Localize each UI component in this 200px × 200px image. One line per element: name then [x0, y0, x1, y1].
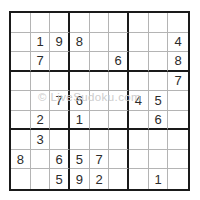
- cell-r2c2[interactable]: 1: [31, 33, 51, 53]
- cell-r8c2[interactable]: [31, 150, 51, 170]
- cell-r8c1[interactable]: 8: [11, 150, 31, 170]
- cell-r4c3[interactable]: [50, 72, 70, 92]
- cell-r7c6[interactable]: [109, 130, 129, 150]
- cell-r7c9[interactable]: [168, 130, 188, 150]
- cell-r2c5[interactable]: [90, 33, 110, 53]
- cell-r8c4[interactable]: 5: [70, 150, 90, 170]
- cell-r9c5[interactable]: 2: [90, 169, 110, 189]
- sudoku-puzzle-image: 198476877645216386575921 © LiveSudoku.co…: [0, 0, 200, 200]
- cell-r3c1[interactable]: [11, 52, 31, 72]
- cell-r7c1[interactable]: [11, 130, 31, 150]
- cell-r9c6[interactable]: [109, 169, 129, 189]
- cell-r1c7[interactable]: [129, 13, 149, 33]
- cell-r1c3[interactable]: [50, 13, 70, 33]
- cell-r5c2[interactable]: [31, 91, 51, 111]
- cell-r4c6[interactable]: [109, 72, 129, 92]
- cell-r1c8[interactable]: [149, 13, 169, 33]
- cell-r3c6[interactable]: 6: [109, 52, 129, 72]
- cell-r2c4[interactable]: 8: [70, 33, 90, 53]
- cell-r9c7[interactable]: [129, 169, 149, 189]
- cell-r2c1[interactable]: [11, 33, 31, 53]
- cell-r8c7[interactable]: [129, 150, 149, 170]
- cell-r2c9[interactable]: 4: [168, 33, 188, 53]
- cell-r6c4[interactable]: 1: [70, 111, 90, 131]
- cell-r1c9[interactable]: [168, 13, 188, 33]
- cell-r8c8[interactable]: [149, 150, 169, 170]
- cell-r3c4[interactable]: [70, 52, 90, 72]
- cell-r3c2[interactable]: 7: [31, 52, 51, 72]
- cell-r7c7[interactable]: [129, 130, 149, 150]
- cell-r4c2[interactable]: [31, 72, 51, 92]
- cell-r1c6[interactable]: [109, 13, 129, 33]
- cell-r7c2[interactable]: 3: [31, 130, 51, 150]
- cell-r5c3[interactable]: 7: [50, 91, 70, 111]
- cell-r2c7[interactable]: [129, 33, 149, 53]
- sudoku-board: 198476877645216386575921: [9, 11, 190, 191]
- cell-r4c9[interactable]: 7: [168, 72, 188, 92]
- cell-r5c6[interactable]: [109, 91, 129, 111]
- cell-r3c8[interactable]: [149, 52, 169, 72]
- cell-r5c5[interactable]: [90, 91, 110, 111]
- cell-r6c5[interactable]: [90, 111, 110, 131]
- cell-r6c2[interactable]: 2: [31, 111, 51, 131]
- cell-r4c1[interactable]: [11, 72, 31, 92]
- cell-r5c8[interactable]: 5: [149, 91, 169, 111]
- cell-r3c7[interactable]: [129, 52, 149, 72]
- cell-r2c8[interactable]: [149, 33, 169, 53]
- cell-r6c3[interactable]: [50, 111, 70, 131]
- cell-r7c4[interactable]: [70, 130, 90, 150]
- cell-r6c6[interactable]: [109, 111, 129, 131]
- cell-r6c9[interactable]: [168, 111, 188, 131]
- cell-r1c5[interactable]: [90, 13, 110, 33]
- cell-r2c6[interactable]: [109, 33, 129, 53]
- cell-r9c9[interactable]: [168, 169, 188, 189]
- cell-r5c7[interactable]: 4: [129, 91, 149, 111]
- cell-r9c4[interactable]: 9: [70, 169, 90, 189]
- cell-r4c7[interactable]: [129, 72, 149, 92]
- cell-r5c9[interactable]: [168, 91, 188, 111]
- cell-r8c3[interactable]: 6: [50, 150, 70, 170]
- cell-r3c3[interactable]: [50, 52, 70, 72]
- cell-r9c3[interactable]: 5: [50, 169, 70, 189]
- cell-r4c5[interactable]: [90, 72, 110, 92]
- cell-r1c4[interactable]: [70, 13, 90, 33]
- cell-r7c5[interactable]: [90, 130, 110, 150]
- cell-r9c1[interactable]: [11, 169, 31, 189]
- cell-r6c8[interactable]: 6: [149, 111, 169, 131]
- cell-r1c1[interactable]: [11, 13, 31, 33]
- cell-r6c1[interactable]: [11, 111, 31, 131]
- cell-r8c6[interactable]: [109, 150, 129, 170]
- cell-r2c3[interactable]: 9: [50, 33, 70, 53]
- cell-r7c3[interactable]: [50, 130, 70, 150]
- cell-r5c1[interactable]: [11, 91, 31, 111]
- cell-r4c8[interactable]: [149, 72, 169, 92]
- cell-r1c2[interactable]: [31, 13, 51, 33]
- cell-r3c9[interactable]: 8: [168, 52, 188, 72]
- cell-r6c7[interactable]: [129, 111, 149, 131]
- cell-r8c9[interactable]: [168, 150, 188, 170]
- cell-r9c2[interactable]: [31, 169, 51, 189]
- cell-r8c5[interactable]: 7: [90, 150, 110, 170]
- cell-r9c8[interactable]: 1: [149, 169, 169, 189]
- cell-r7c8[interactable]: [149, 130, 169, 150]
- cell-r4c4[interactable]: [70, 72, 90, 92]
- cell-r5c4[interactable]: 6: [70, 91, 90, 111]
- cell-r3c5[interactable]: [90, 52, 110, 72]
